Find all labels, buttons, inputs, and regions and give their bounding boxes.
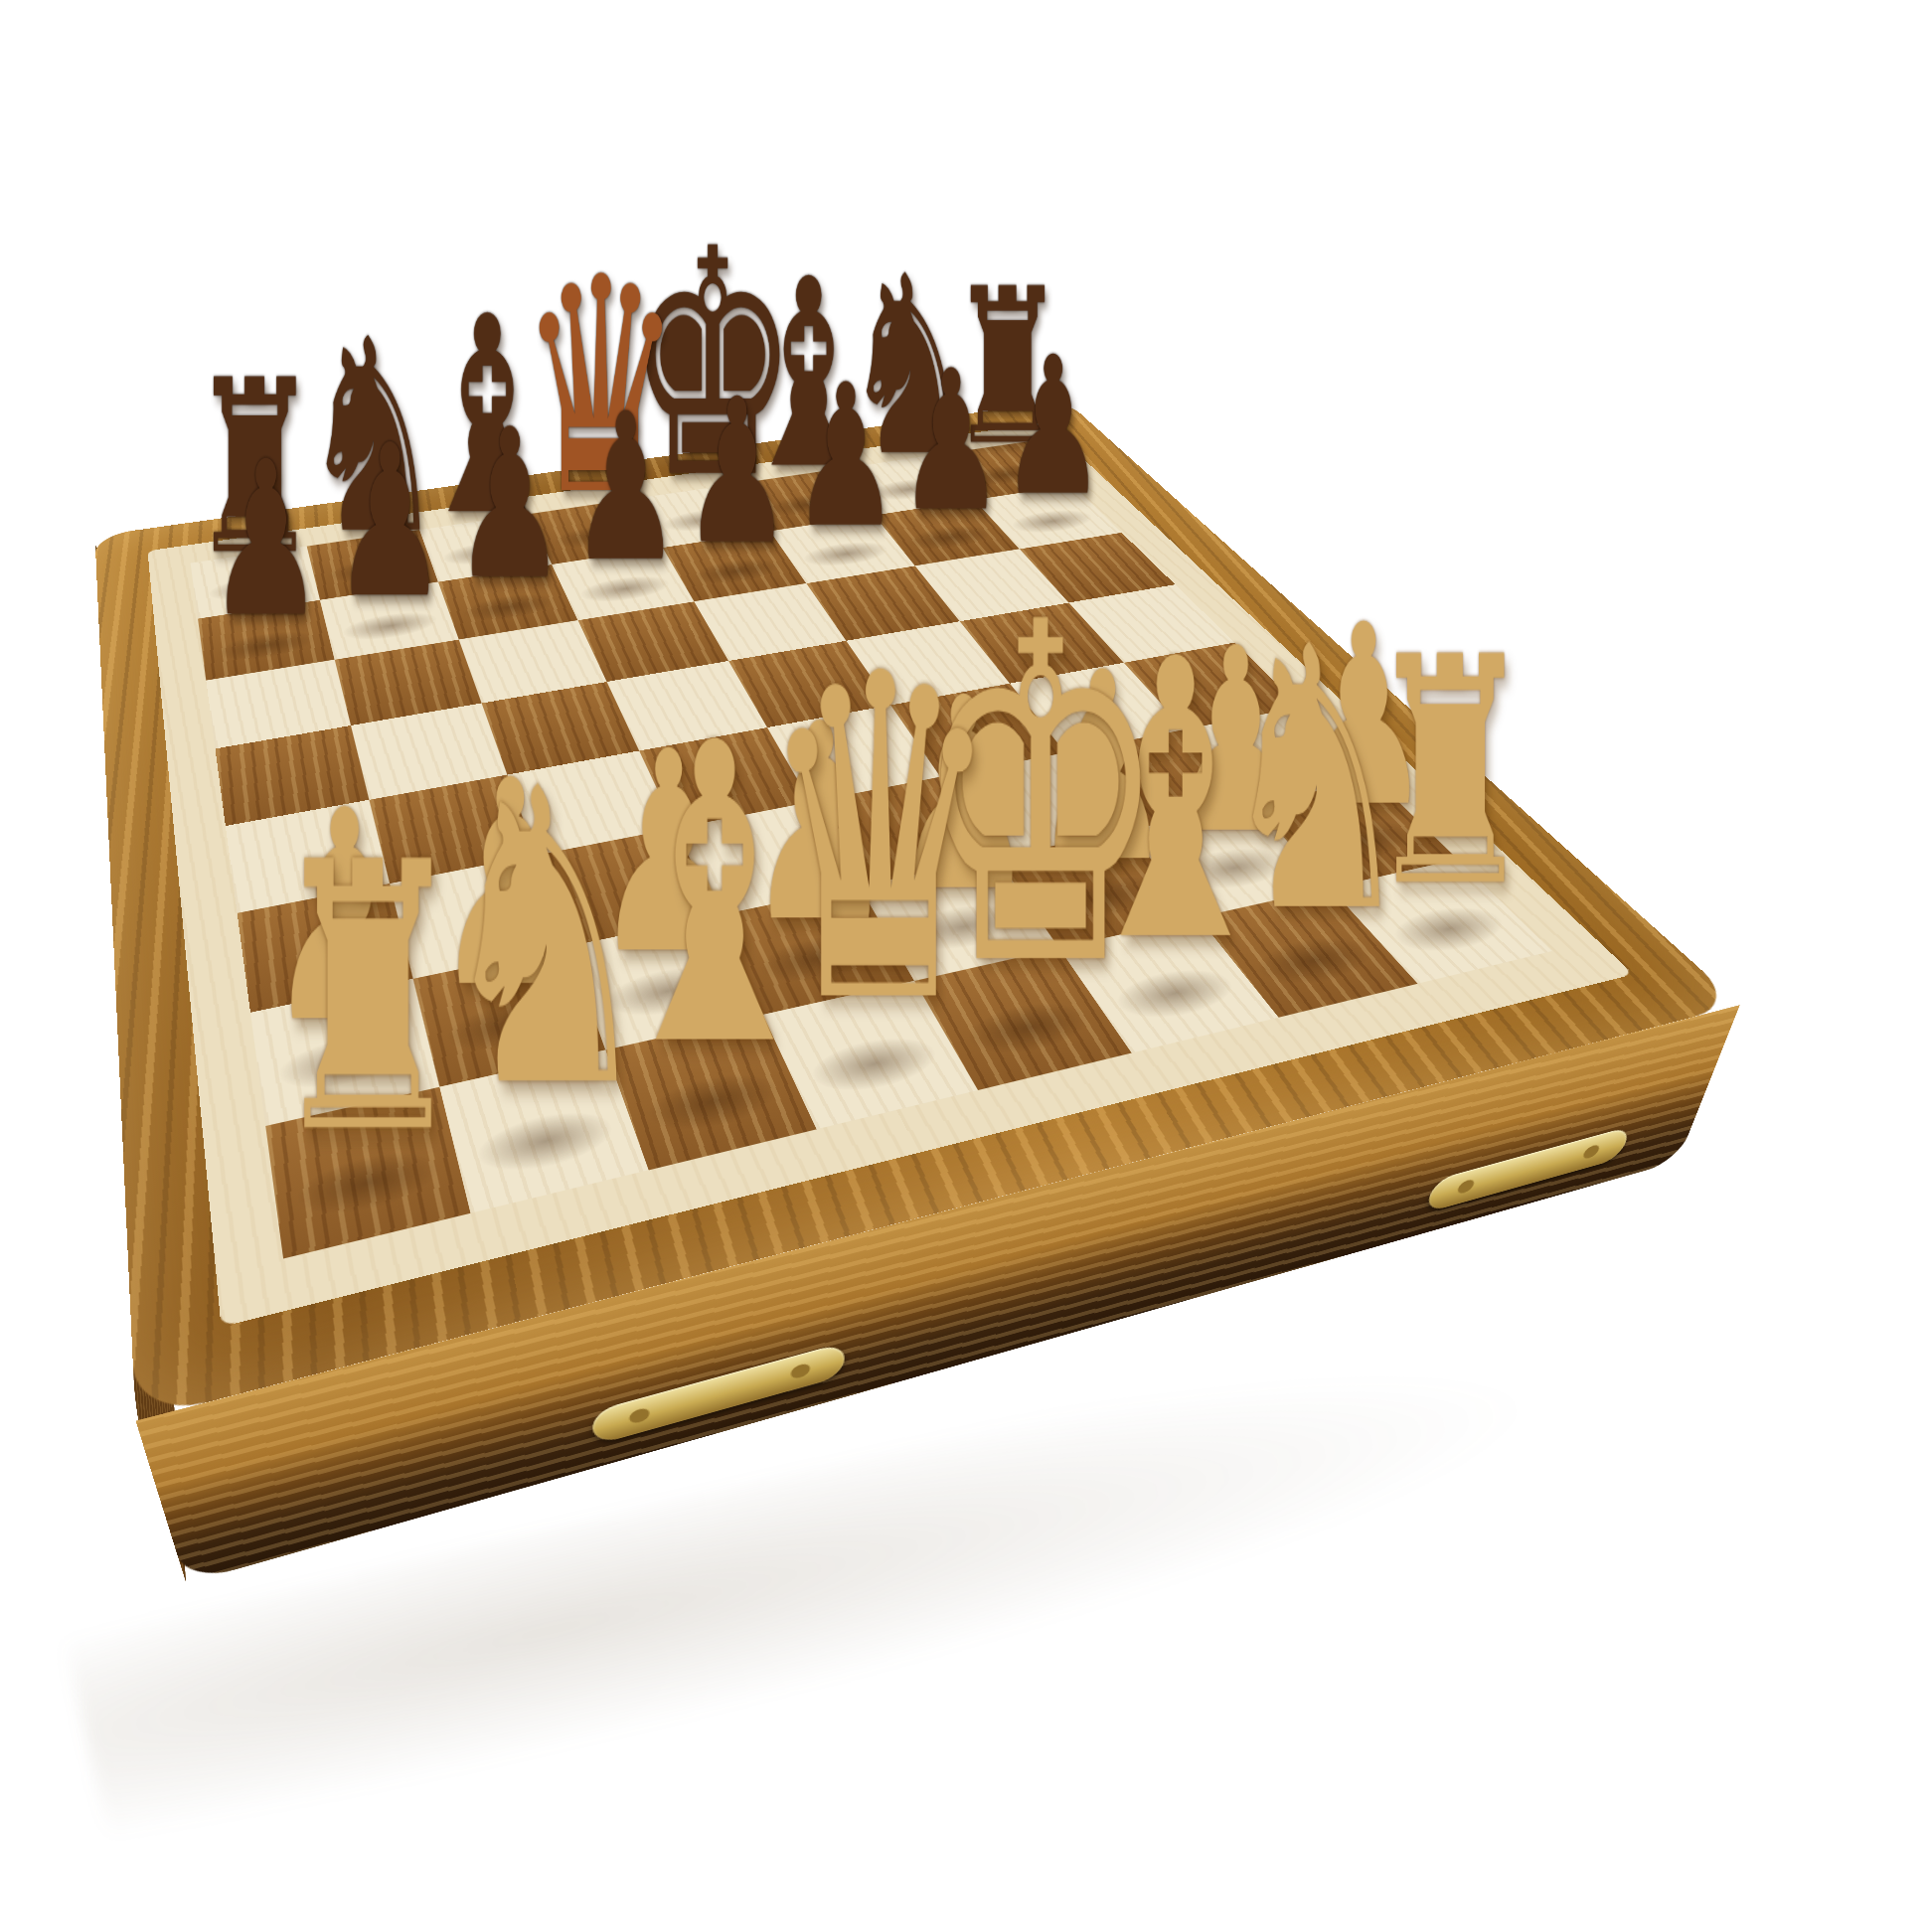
brass-latch-right: [1425, 1126, 1632, 1213]
chess-box-scene: ♜♞♝♛♚♝♞♜♟♟♟♟♟♟♟♟♟♟♟♟♟♟♟♟♜♞♝♛♚♝♞♜: [0, 0, 1932, 1932]
brass-latch-left: [591, 1342, 845, 1445]
piece-black-pawn[interactable]: ♟: [180, 432, 354, 646]
square-a6[interactable]: [206, 660, 350, 749]
product-photo-stage: ♜♞♝♛♚♝♞♜♟♟♟♟♟♟♟♟♟♟♟♟♟♟♟♟♜♞♝♛♚♝♞♜: [0, 0, 1932, 1932]
square-a7[interactable]: ♟: [198, 600, 334, 681]
folding-chess-box: ♜♞♝♛♚♝♞♜♟♟♟♟♟♟♟♟♟♟♟♟♟♟♟♟♜♞♝♛♚♝♞♜: [94, 401, 1740, 1421]
square-a1[interactable]: ♜: [265, 1087, 470, 1258]
piece-white-rook[interactable]: ♜: [241, 816, 496, 1185]
